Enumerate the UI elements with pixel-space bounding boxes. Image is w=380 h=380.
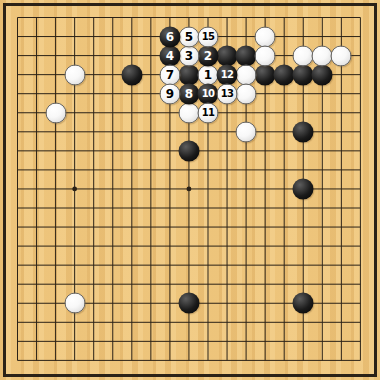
move-11-stone: 11 [198,102,219,123]
move-number-label: 5 [185,31,193,43]
move-number-label: 4 [166,50,174,62]
move-number-label: 3 [185,50,193,62]
white-stone [255,45,276,66]
black-stone [293,64,314,85]
white-stone [178,102,199,123]
move-9-stone: 9 [159,83,180,104]
move-4-stone: 4 [159,45,180,66]
black-stone [274,64,295,85]
move-number-label: 8 [185,88,193,100]
black-stone [178,140,199,161]
move-number-label: 9 [166,88,174,100]
move-number-label: 13 [221,89,234,99]
black-stone [255,64,276,85]
move-3-stone: 3 [178,45,199,66]
black-stone [178,64,199,85]
move-1-stone: 1 [198,64,219,85]
star-point [187,187,192,192]
white-stone [236,83,257,104]
move-7-stone: 7 [159,64,180,85]
black-stone [236,45,257,66]
move-number-label: 12 [221,70,234,80]
move-13-stone: 13 [217,83,238,104]
move-number-label: 11 [202,108,215,118]
white-stone [64,293,85,314]
black-stone [121,64,142,85]
black-stone [217,45,238,66]
move-number-label: 2 [204,50,212,62]
white-stone [236,64,257,85]
move-12-stone: 12 [217,64,238,85]
white-stone [64,64,85,85]
black-stone [312,64,333,85]
white-stone [236,121,257,142]
move-6-stone: 6 [159,26,180,47]
move-10-stone: 10 [198,83,219,104]
white-stone [255,26,276,47]
move-number-label: 6 [166,31,174,43]
move-number-label: 15 [202,32,215,42]
black-stone [293,121,314,142]
move-15-stone: 15 [198,26,219,47]
go-board: 1234567891011121315 [0,0,380,380]
black-stone [178,293,199,314]
move-8-stone: 8 [178,83,199,104]
move-number-label: 1 [204,69,212,81]
white-stone [312,45,333,66]
move-2-stone: 2 [198,45,219,66]
star-point [72,187,77,192]
black-stone [293,178,314,199]
move-number-label: 10 [202,89,215,99]
move-number-label: 7 [166,69,174,81]
white-stone [45,102,66,123]
white-stone [293,45,314,66]
black-stone [293,293,314,314]
white-stone [331,45,352,66]
move-5-stone: 5 [178,26,199,47]
